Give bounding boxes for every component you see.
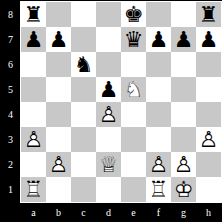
square-b3[interactable]	[46, 127, 71, 152]
square-f7[interactable]: ♟	[146, 27, 171, 52]
square-d7[interactable]	[96, 27, 121, 52]
square-g1[interactable]: ♚♔	[171, 177, 196, 202]
square-f6[interactable]	[146, 52, 171, 77]
square-a2[interactable]	[21, 152, 46, 177]
piece-glyph: ♟	[171, 27, 196, 52]
file-label-d: d	[96, 203, 121, 222]
file-label-b: b	[46, 203, 71, 222]
rank-label-1: 1	[0, 177, 21, 202]
piece-outline: ♘	[121, 77, 146, 102]
square-g6[interactable]	[171, 52, 196, 77]
square-f5[interactable]	[146, 77, 171, 102]
square-h1[interactable]	[196, 177, 221, 202]
square-b8[interactable]	[46, 2, 71, 27]
square-f1[interactable]: ♜♖	[146, 177, 171, 202]
square-d6[interactable]	[96, 52, 121, 77]
chess-diagram: 87654321 ♜♚♜♟♟♛♟♟♟♞♟♞♘♟♙♟♙♟♙♟♙♛♕♟♙♟♙♜♖♜♖…	[0, 0, 222, 222]
square-g7[interactable]: ♟	[171, 27, 196, 52]
square-a5[interactable]	[21, 77, 46, 102]
square-g3[interactable]	[171, 127, 196, 152]
piece-outline: ♙	[196, 127, 221, 152]
rank-label-2: 2	[0, 152, 21, 177]
piece-glyph: ♟	[146, 27, 171, 52]
file-label-c: c	[71, 203, 96, 222]
black-rook-icon[interactable]: ♜	[196, 2, 221, 27]
square-f4[interactable]	[146, 102, 171, 127]
square-b1[interactable]	[46, 177, 71, 202]
square-f8[interactable]	[146, 2, 171, 27]
square-c1[interactable]	[71, 177, 96, 202]
square-h2[interactable]	[196, 152, 221, 177]
piece-glyph: ♟	[46, 27, 71, 52]
square-e8[interactable]: ♚	[121, 2, 146, 27]
black-king-icon[interactable]: ♚	[121, 2, 146, 27]
piece-outline: ♙	[21, 127, 46, 152]
square-a7[interactable]: ♟	[21, 27, 46, 52]
square-c6[interactable]: ♞	[71, 52, 96, 77]
square-b4[interactable]	[46, 102, 71, 127]
file-label-e: e	[121, 203, 146, 222]
square-b7[interactable]: ♟	[46, 27, 71, 52]
white-pawn-icon[interactable]: ♟♙	[196, 127, 221, 152]
square-e1[interactable]	[121, 177, 146, 202]
piece-glyph: ♜	[196, 2, 221, 27]
square-d5[interactable]: ♟	[96, 77, 121, 102]
piece-outline: ♙	[146, 152, 171, 177]
square-a8[interactable]: ♜	[21, 2, 46, 27]
square-b6[interactable]	[46, 52, 71, 77]
square-b2[interactable]: ♟♙	[46, 152, 71, 177]
file-label-h: h	[196, 203, 221, 222]
board: ♜♚♜♟♟♛♟♟♟♞♟♞♘♟♙♟♙♟♙♟♙♛♕♟♙♟♙♜♖♜♖♚♔	[21, 2, 221, 202]
square-e5[interactable]: ♞♘	[121, 77, 146, 102]
square-h6[interactable]	[196, 52, 221, 77]
square-g2[interactable]: ♟♙	[171, 152, 196, 177]
square-d2[interactable]: ♛♕	[96, 152, 121, 177]
piece-glyph: ♛	[121, 27, 146, 52]
square-g8[interactable]	[171, 2, 196, 27]
piece-outline: ♕	[96, 152, 121, 177]
white-rook-icon[interactable]: ♜♖	[146, 177, 171, 202]
square-e3[interactable]	[121, 127, 146, 152]
square-c2[interactable]	[71, 152, 96, 177]
square-e2[interactable]	[121, 152, 146, 177]
square-g5[interactable]	[171, 77, 196, 102]
black-pawn-icon[interactable]: ♟	[171, 27, 196, 52]
file-label-g: g	[171, 203, 196, 222]
piece-glyph: ♟	[21, 27, 46, 52]
square-d4[interactable]: ♟♙	[96, 102, 121, 127]
square-d1[interactable]	[96, 177, 121, 202]
square-h5[interactable]	[196, 77, 221, 102]
square-g4[interactable]	[171, 102, 196, 127]
file-label-a: a	[21, 203, 46, 222]
piece-outline: ♙	[171, 152, 196, 177]
white-pawn-icon[interactable]: ♟♙	[21, 127, 46, 152]
piece-glyph: ♞	[71, 52, 96, 77]
square-h3[interactable]: ♟♙	[196, 127, 221, 152]
white-pawn-icon[interactable]: ♟♙	[96, 102, 121, 127]
rank-label-8: 8	[0, 2, 21, 27]
piece-outline: ♔	[171, 177, 196, 202]
piece-outline: ♖	[146, 177, 171, 202]
square-h7[interactable]: ♟	[196, 27, 221, 52]
black-pawn-icon[interactable]: ♟	[196, 27, 221, 52]
white-king-icon[interactable]: ♚♔	[171, 177, 196, 202]
rank-label-5: 5	[0, 77, 21, 102]
white-knight-icon[interactable]: ♞♘	[121, 77, 146, 102]
square-f2[interactable]: ♟♙	[146, 152, 171, 177]
square-c7[interactable]	[71, 27, 96, 52]
square-h8[interactable]: ♜	[196, 2, 221, 27]
square-c3[interactable]	[71, 127, 96, 152]
white-pawn-icon[interactable]: ♟♙	[46, 152, 71, 177]
square-a6[interactable]	[21, 52, 46, 77]
square-e6[interactable]	[121, 52, 146, 77]
rank-label-6: 6	[0, 52, 21, 77]
piece-glyph: ♜	[21, 2, 46, 27]
square-a4[interactable]	[21, 102, 46, 127]
rank-label-3: 3	[0, 127, 21, 152]
piece-outline: ♙	[96, 102, 121, 127]
square-c8[interactable]	[71, 2, 96, 27]
black-pawn-icon[interactable]: ♟	[146, 27, 171, 52]
piece-glyph: ♟	[196, 27, 221, 52]
black-pawn-icon[interactable]: ♟	[21, 27, 46, 52]
white-rook-icon[interactable]: ♜♖	[21, 177, 46, 202]
white-pawn-icon[interactable]: ♟♙	[171, 152, 196, 177]
piece-outline: ♖	[21, 177, 46, 202]
black-knight-icon[interactable]: ♞	[71, 52, 96, 77]
rank-label-7: 7	[0, 27, 21, 52]
piece-outline: ♙	[46, 152, 71, 177]
square-h4[interactable]	[196, 102, 221, 127]
square-b5[interactable]	[46, 77, 71, 102]
black-pawn-icon[interactable]: ♟	[96, 77, 121, 102]
square-e4[interactable]	[121, 102, 146, 127]
piece-glyph: ♟	[96, 77, 121, 102]
square-f3[interactable]	[146, 127, 171, 152]
black-rook-icon[interactable]: ♜	[21, 2, 46, 27]
square-a1[interactable]: ♜♖	[21, 177, 46, 202]
square-d8[interactable]	[96, 2, 121, 27]
square-c5[interactable]	[71, 77, 96, 102]
piece-glyph: ♚	[121, 2, 146, 27]
square-d3[interactable]	[96, 127, 121, 152]
white-queen-icon[interactable]: ♛♕	[96, 152, 121, 177]
black-queen-icon[interactable]: ♛	[121, 27, 146, 52]
square-c4[interactable]	[71, 102, 96, 127]
square-e7[interactable]: ♛	[121, 27, 146, 52]
rank-label-4: 4	[0, 102, 21, 127]
file-label-f: f	[146, 203, 171, 222]
rank-labels: 87654321	[0, 2, 21, 202]
square-a3[interactable]: ♟♙	[21, 127, 46, 152]
file-labels: abcdefgh	[21, 203, 221, 222]
white-pawn-icon[interactable]: ♟♙	[146, 152, 171, 177]
black-pawn-icon[interactable]: ♟	[46, 27, 71, 52]
